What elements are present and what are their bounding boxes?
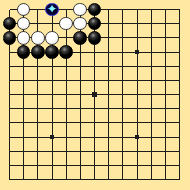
intersection[interactable] bbox=[17, 102, 31, 116]
intersection[interactable] bbox=[45, 31, 59, 45]
white-stone bbox=[45, 31, 59, 45]
intersection[interactable] bbox=[87, 2, 101, 16]
intersection[interactable] bbox=[130, 17, 144, 31]
intersection[interactable] bbox=[116, 87, 130, 101]
white-stone bbox=[17, 31, 31, 45]
intersection[interactable] bbox=[116, 31, 130, 45]
intersection[interactable] bbox=[158, 2, 172, 16]
intersection[interactable] bbox=[31, 59, 45, 73]
intersection[interactable] bbox=[172, 102, 186, 116]
intersection[interactable] bbox=[102, 31, 116, 45]
intersection[interactable] bbox=[130, 172, 144, 186]
intersection[interactable] bbox=[172, 2, 186, 16]
intersection[interactable] bbox=[2, 102, 16, 116]
white-stone bbox=[17, 3, 31, 17]
intersection[interactable] bbox=[59, 158, 73, 172]
intersection[interactable] bbox=[17, 2, 31, 16]
intersection[interactable] bbox=[45, 17, 59, 31]
black-stone bbox=[45, 45, 59, 59]
intersection[interactable] bbox=[17, 144, 31, 158]
intersection[interactable] bbox=[2, 73, 16, 87]
intersection[interactable] bbox=[144, 87, 158, 101]
intersection[interactable] bbox=[158, 45, 172, 59]
black-stone bbox=[31, 45, 45, 59]
intersection[interactable] bbox=[116, 59, 130, 73]
intersection[interactable] bbox=[87, 45, 101, 59]
intersection[interactable] bbox=[73, 158, 87, 172]
intersection[interactable] bbox=[17, 158, 31, 172]
intersection[interactable] bbox=[31, 31, 45, 45]
intersection[interactable] bbox=[102, 116, 116, 130]
intersection[interactable] bbox=[59, 87, 73, 101]
black-stone bbox=[59, 45, 73, 59]
intersection[interactable] bbox=[144, 172, 158, 186]
intersection[interactable] bbox=[158, 73, 172, 87]
intersection[interactable] bbox=[17, 116, 31, 130]
intersection[interactable] bbox=[172, 87, 186, 101]
intersection[interactable] bbox=[17, 59, 31, 73]
intersection[interactable] bbox=[87, 116, 101, 130]
intersection[interactable] bbox=[158, 172, 172, 186]
intersection[interactable] bbox=[73, 2, 87, 16]
last-move-marker-icon: ✦ bbox=[47, 3, 57, 15]
intersection[interactable] bbox=[144, 45, 158, 59]
intersection[interactable] bbox=[87, 31, 101, 45]
intersection[interactable] bbox=[31, 130, 45, 144]
intersection[interactable] bbox=[158, 31, 172, 45]
intersection[interactable] bbox=[2, 59, 16, 73]
intersection[interactable]: ✦ bbox=[45, 2, 59, 16]
intersection[interactable] bbox=[102, 102, 116, 116]
intersection[interactable] bbox=[87, 17, 101, 31]
intersection[interactable] bbox=[73, 172, 87, 186]
intersection[interactable] bbox=[116, 102, 130, 116]
intersection[interactable] bbox=[172, 59, 186, 73]
intersection[interactable] bbox=[87, 59, 101, 73]
black-stone bbox=[3, 31, 17, 45]
intersection[interactable] bbox=[45, 130, 59, 144]
intersection[interactable] bbox=[102, 59, 116, 73]
intersection[interactable] bbox=[102, 2, 116, 16]
intersection[interactable] bbox=[116, 17, 130, 31]
intersection[interactable] bbox=[172, 172, 186, 186]
intersection[interactable] bbox=[73, 87, 87, 101]
intersection[interactable] bbox=[31, 2, 45, 16]
intersection[interactable] bbox=[59, 102, 73, 116]
intersection[interactable] bbox=[59, 17, 73, 31]
black-stone-marked: ✦ bbox=[45, 3, 59, 17]
intersection[interactable] bbox=[73, 31, 87, 45]
intersection[interactable] bbox=[144, 116, 158, 130]
intersection[interactable] bbox=[59, 59, 73, 73]
intersection[interactable] bbox=[130, 45, 144, 59]
intersection[interactable] bbox=[87, 102, 101, 116]
intersection[interactable] bbox=[116, 45, 130, 59]
intersection[interactable] bbox=[130, 116, 144, 130]
intersection[interactable] bbox=[158, 102, 172, 116]
intersection[interactable] bbox=[45, 59, 59, 73]
intersection[interactable] bbox=[87, 87, 101, 101]
intersection[interactable] bbox=[2, 172, 16, 186]
intersection[interactable] bbox=[130, 73, 144, 87]
intersection[interactable] bbox=[116, 73, 130, 87]
intersection[interactable] bbox=[17, 130, 31, 144]
intersection[interactable] bbox=[73, 17, 87, 31]
white-stone bbox=[73, 17, 87, 31]
intersection[interactable] bbox=[2, 17, 16, 31]
intersection[interactable] bbox=[158, 87, 172, 101]
intersection[interactable] bbox=[87, 73, 101, 87]
intersection[interactable] bbox=[158, 17, 172, 31]
intersection[interactable] bbox=[116, 2, 130, 16]
intersection[interactable] bbox=[116, 144, 130, 158]
intersection[interactable] bbox=[31, 116, 45, 130]
intersection[interactable] bbox=[73, 73, 87, 87]
intersection[interactable] bbox=[31, 73, 45, 87]
intersection[interactable] bbox=[172, 130, 186, 144]
intersection[interactable] bbox=[59, 172, 73, 186]
intersection[interactable] bbox=[172, 31, 186, 45]
intersection[interactable] bbox=[17, 87, 31, 101]
intersection[interactable] bbox=[73, 102, 87, 116]
intersection[interactable] bbox=[102, 17, 116, 31]
intersection[interactable] bbox=[45, 87, 59, 101]
intersection[interactable] bbox=[45, 144, 59, 158]
go-board: ✦ bbox=[0, 0, 190, 190]
intersection[interactable] bbox=[158, 158, 172, 172]
intersection[interactable] bbox=[73, 45, 87, 59]
intersection[interactable] bbox=[102, 172, 116, 186]
intersection[interactable] bbox=[45, 172, 59, 186]
black-stone bbox=[88, 17, 102, 31]
intersection[interactable] bbox=[2, 116, 16, 130]
intersection[interactable] bbox=[31, 102, 45, 116]
intersection[interactable] bbox=[45, 102, 59, 116]
intersection[interactable] bbox=[73, 130, 87, 144]
intersection[interactable] bbox=[45, 45, 59, 59]
intersection[interactable] bbox=[158, 144, 172, 158]
intersection[interactable] bbox=[172, 158, 186, 172]
intersection[interactable] bbox=[158, 116, 172, 130]
intersection[interactable] bbox=[130, 158, 144, 172]
intersection[interactable] bbox=[172, 116, 186, 130]
intersection[interactable] bbox=[31, 144, 45, 158]
intersection[interactable] bbox=[87, 130, 101, 144]
black-stone bbox=[3, 17, 17, 31]
intersection[interactable] bbox=[31, 87, 45, 101]
intersection[interactable] bbox=[73, 144, 87, 158]
intersection[interactable] bbox=[102, 130, 116, 144]
intersection[interactable] bbox=[144, 73, 158, 87]
intersection[interactable] bbox=[116, 172, 130, 186]
intersection[interactable] bbox=[130, 102, 144, 116]
black-stone bbox=[88, 3, 102, 17]
intersection[interactable] bbox=[87, 144, 101, 158]
black-stone bbox=[88, 31, 102, 45]
intersection[interactable] bbox=[144, 2, 158, 16]
intersection[interactable] bbox=[102, 158, 116, 172]
intersection[interactable] bbox=[87, 158, 101, 172]
intersection[interactable] bbox=[172, 144, 186, 158]
intersection[interactable] bbox=[102, 45, 116, 59]
intersection[interactable] bbox=[116, 130, 130, 144]
intersection[interactable] bbox=[2, 2, 16, 16]
intersection[interactable] bbox=[17, 31, 31, 45]
intersection[interactable] bbox=[59, 130, 73, 144]
intersection[interactable] bbox=[59, 45, 73, 59]
intersection[interactable] bbox=[102, 73, 116, 87]
intersection[interactable] bbox=[73, 59, 87, 73]
stones-layer: ✦ bbox=[2, 2, 186, 186]
intersection[interactable] bbox=[2, 144, 16, 158]
intersection[interactable] bbox=[144, 31, 158, 45]
intersection[interactable] bbox=[130, 59, 144, 73]
intersection[interactable] bbox=[144, 17, 158, 31]
intersection[interactable] bbox=[172, 73, 186, 87]
white-stone bbox=[73, 3, 87, 17]
intersection[interactable] bbox=[31, 172, 45, 186]
black-stone bbox=[73, 31, 87, 45]
intersection[interactable] bbox=[158, 130, 172, 144]
intersection[interactable] bbox=[87, 172, 101, 186]
intersection[interactable] bbox=[144, 102, 158, 116]
intersection[interactable] bbox=[31, 158, 45, 172]
intersection[interactable] bbox=[17, 17, 31, 31]
intersection[interactable] bbox=[31, 17, 45, 31]
intersection[interactable] bbox=[31, 45, 45, 59]
intersection[interactable] bbox=[172, 45, 186, 59]
intersection[interactable] bbox=[45, 116, 59, 130]
intersection[interactable] bbox=[59, 73, 73, 87]
intersection[interactable] bbox=[59, 31, 73, 45]
intersection[interactable] bbox=[102, 144, 116, 158]
intersection[interactable] bbox=[130, 87, 144, 101]
intersection[interactable] bbox=[130, 31, 144, 45]
black-stone bbox=[17, 45, 31, 59]
intersection[interactable] bbox=[102, 87, 116, 101]
intersection[interactable] bbox=[17, 172, 31, 186]
intersection[interactable] bbox=[59, 144, 73, 158]
intersection[interactable] bbox=[144, 158, 158, 172]
intersection[interactable] bbox=[130, 144, 144, 158]
white-stone bbox=[17, 17, 31, 31]
intersection[interactable] bbox=[2, 87, 16, 101]
intersection[interactable] bbox=[2, 130, 16, 144]
intersection[interactable] bbox=[144, 59, 158, 73]
intersection[interactable] bbox=[144, 144, 158, 158]
white-stone bbox=[59, 17, 73, 31]
intersection[interactable] bbox=[116, 158, 130, 172]
intersection[interactable] bbox=[45, 73, 59, 87]
intersection[interactable] bbox=[116, 116, 130, 130]
intersection[interactable] bbox=[59, 116, 73, 130]
intersection[interactable] bbox=[17, 45, 31, 59]
intersection[interactable] bbox=[73, 116, 87, 130]
intersection[interactable] bbox=[45, 158, 59, 172]
intersection[interactable] bbox=[144, 130, 158, 144]
intersection[interactable] bbox=[59, 2, 73, 16]
intersection[interactable] bbox=[130, 130, 144, 144]
intersection[interactable] bbox=[2, 45, 16, 59]
intersection[interactable] bbox=[172, 17, 186, 31]
intersection[interactable] bbox=[2, 31, 16, 45]
intersection[interactable] bbox=[158, 59, 172, 73]
intersection[interactable] bbox=[130, 2, 144, 16]
intersection[interactable] bbox=[17, 73, 31, 87]
intersection[interactable] bbox=[2, 158, 16, 172]
white-stone bbox=[31, 31, 45, 45]
